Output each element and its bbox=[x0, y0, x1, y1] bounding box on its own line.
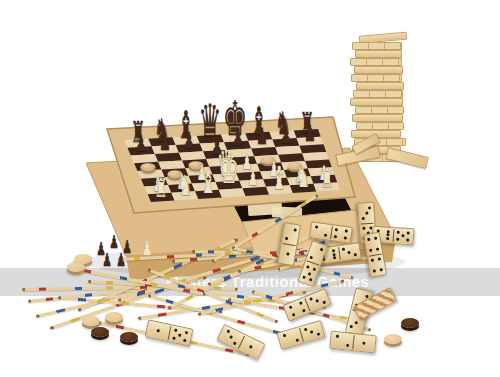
board-square bbox=[302, 152, 329, 161]
board-square bbox=[200, 142, 227, 151]
board-square bbox=[221, 133, 248, 142]
board-square bbox=[171, 191, 198, 200]
board-square bbox=[254, 155, 281, 164]
board-square bbox=[189, 174, 216, 183]
board-square bbox=[182, 159, 209, 168]
board-square bbox=[168, 184, 195, 193]
board-square bbox=[206, 158, 233, 167]
board-square bbox=[227, 148, 254, 157]
board-square bbox=[155, 153, 182, 162]
board-square bbox=[148, 193, 175, 202]
board-square bbox=[152, 145, 179, 154]
game-box-and-chess-board bbox=[0, 0, 500, 377]
board-square bbox=[311, 175, 338, 184]
board-square bbox=[203, 150, 230, 159]
board-square bbox=[275, 146, 302, 155]
board-square bbox=[251, 147, 278, 156]
board-square bbox=[134, 162, 161, 171]
board-square bbox=[212, 173, 239, 182]
product-photo: Masters Traditional Games ♜♞♝♛♚♝♞♜♟♟♟♟♟♟… bbox=[0, 0, 500, 377]
board-square bbox=[230, 156, 257, 165]
board-square bbox=[270, 130, 297, 139]
board-square bbox=[242, 187, 269, 196]
board-square bbox=[148, 137, 175, 146]
board-square bbox=[224, 141, 251, 150]
board-square bbox=[192, 182, 219, 191]
board-square bbox=[257, 162, 284, 171]
board-square bbox=[294, 129, 321, 138]
board-square bbox=[272, 138, 299, 147]
board-square bbox=[161, 168, 188, 177]
board-square bbox=[308, 167, 335, 176]
board-square bbox=[179, 151, 206, 160]
board-square bbox=[138, 170, 165, 179]
board-square bbox=[248, 139, 275, 148]
board-square bbox=[124, 139, 152, 148]
board-square bbox=[290, 184, 317, 193]
board-square bbox=[287, 176, 314, 185]
board-square bbox=[263, 178, 290, 187]
board-square bbox=[173, 136, 200, 145]
board-square bbox=[144, 185, 171, 194]
board-square bbox=[216, 181, 243, 190]
board-square bbox=[299, 144, 326, 153]
board-square bbox=[158, 160, 185, 169]
board-square bbox=[245, 132, 272, 141]
board-square bbox=[197, 135, 224, 144]
board-square bbox=[239, 179, 266, 188]
board-square bbox=[141, 177, 168, 186]
board-square bbox=[176, 144, 203, 153]
board-square bbox=[314, 182, 340, 191]
board-square bbox=[236, 171, 263, 180]
board-square bbox=[233, 164, 260, 173]
board-square bbox=[284, 169, 311, 178]
board-square bbox=[127, 146, 154, 155]
board-square bbox=[195, 190, 222, 199]
board-square bbox=[260, 170, 287, 179]
board-square bbox=[131, 154, 158, 163]
board-square bbox=[278, 153, 305, 162]
board-square bbox=[305, 160, 332, 169]
board-square bbox=[297, 137, 324, 146]
board-square bbox=[219, 188, 246, 197]
board-square bbox=[281, 161, 308, 170]
board-square bbox=[185, 167, 212, 176]
board-square bbox=[209, 165, 236, 174]
board-square bbox=[165, 176, 192, 185]
board-square bbox=[266, 185, 293, 194]
